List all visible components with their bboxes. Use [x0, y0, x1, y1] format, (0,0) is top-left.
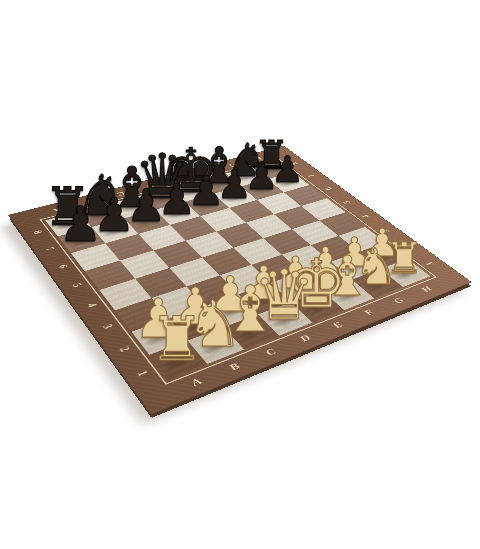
rank-label-7-left: 7: [44, 246, 57, 252]
rank-label-8-left: 8: [31, 229, 44, 234]
file-label-f-near: F: [362, 308, 375, 317]
file-label-c-near: C: [263, 347, 278, 357]
rank-label-5-right: 5: [341, 200, 352, 205]
rank-label-6-right: 6: [323, 186, 333, 190]
file-label-a-near: A: [189, 376, 204, 387]
piece-white-rook-a1[interactable]: ♜: [150, 309, 205, 370]
rank-label-4-right: 4: [360, 214, 371, 219]
rank-label-1-left: 1: [135, 369, 150, 378]
file-label-h-near: H: [419, 285, 433, 293]
rank-label-4-left: 4: [85, 301, 99, 308]
rank-label-6-left: 6: [57, 263, 70, 269]
chess-set-photo: AA11BB22CC33DD44EE55FF66GG77HH88 ♜♞♟♝♟♚♟…: [0, 0, 480, 549]
rank-label-2-left: 2: [117, 345, 132, 353]
file-label-g-near: G: [391, 296, 405, 305]
rank-label-3-left: 3: [100, 322, 115, 329]
rank-label-5-left: 5: [70, 282, 84, 289]
rank-label-1-right: 1: [423, 261, 435, 267]
rank-label-7-right: 7: [306, 174, 316, 178]
file-label-b-near: B: [227, 361, 241, 372]
piece-black-pawn-a7[interactable]: ♟: [59, 200, 103, 249]
